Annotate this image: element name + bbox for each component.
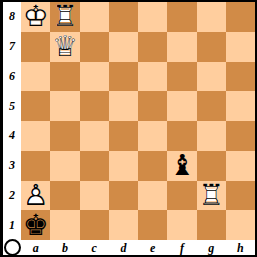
- square-d4[interactable]: [109, 121, 138, 151]
- rank-label-8: 8: [3, 2, 21, 32]
- white-queen-glyph: ♕: [50, 32, 79, 62]
- rank-label-4: 4: [3, 121, 21, 151]
- square-h2[interactable]: [226, 181, 255, 211]
- file-label-b: b: [50, 240, 79, 255]
- square-d7[interactable]: [109, 32, 138, 62]
- square-h5[interactable]: [226, 91, 255, 121]
- square-c8[interactable]: [80, 2, 109, 32]
- square-g5[interactable]: [197, 91, 226, 121]
- square-b7[interactable]: ♛♕: [50, 32, 79, 62]
- square-h8[interactable]: [226, 2, 255, 32]
- rank-label-5: 5: [3, 91, 21, 121]
- square-c7[interactable]: [80, 32, 109, 62]
- square-b8[interactable]: ♜♖: [50, 2, 79, 32]
- file-label-g: g: [197, 240, 226, 255]
- square-b4[interactable]: [50, 121, 79, 151]
- white-to-move-indicator: [4, 239, 21, 256]
- square-e4[interactable]: [138, 121, 167, 151]
- square-g6[interactable]: [197, 62, 226, 92]
- piece-white-rook[interactable]: ♜♖: [50, 2, 79, 32]
- side-to-move-corner: [3, 240, 21, 255]
- piece-black-bishop[interactable]: ♝: [167, 151, 196, 181]
- piece-white-queen[interactable]: ♛♕: [50, 32, 79, 62]
- square-a4[interactable]: [21, 121, 50, 151]
- square-g2[interactable]: ♜♖: [197, 181, 226, 211]
- square-h1[interactable]: [226, 210, 255, 240]
- piece-black-king[interactable]: ♚: [21, 210, 50, 240]
- square-a7[interactable]: [21, 32, 50, 62]
- rank-label-2: 2: [3, 181, 21, 211]
- piece-white-rook[interactable]: ♜♖: [197, 181, 226, 211]
- black-bishop-glyph: ♝: [167, 151, 196, 181]
- file-label-c: c: [80, 240, 109, 255]
- square-c4[interactable]: [80, 121, 109, 151]
- piece-white-pawn[interactable]: ♟♙: [21, 181, 50, 211]
- square-d3[interactable]: [109, 151, 138, 181]
- piece-white-king[interactable]: ♚♔: [21, 2, 50, 32]
- square-a5[interactable]: [21, 91, 50, 121]
- square-d5[interactable]: [109, 91, 138, 121]
- file-label-f: f: [167, 240, 196, 255]
- square-h3[interactable]: [226, 151, 255, 181]
- square-a6[interactable]: [21, 62, 50, 92]
- square-b3[interactable]: [50, 151, 79, 181]
- square-d2[interactable]: [109, 181, 138, 211]
- square-a1[interactable]: ♚: [21, 210, 50, 240]
- square-g7[interactable]: [197, 32, 226, 62]
- square-d1[interactable]: [109, 210, 138, 240]
- square-h7[interactable]: [226, 32, 255, 62]
- square-h4[interactable]: [226, 121, 255, 151]
- square-h6[interactable]: [226, 62, 255, 92]
- square-e1[interactable]: [138, 210, 167, 240]
- square-a2[interactable]: ♟♙: [21, 181, 50, 211]
- square-a3[interactable]: [21, 151, 50, 181]
- square-e8[interactable]: [138, 2, 167, 32]
- rank-labels: 87654321: [3, 2, 21, 240]
- square-e3[interactable]: [138, 151, 167, 181]
- square-f5[interactable]: [167, 91, 196, 121]
- chess-board[interactable]: ♚♔♜♖♛♕♝♟♙♜♖♚: [21, 2, 255, 240]
- square-f6[interactable]: [167, 62, 196, 92]
- white-rook-glyph: ♖: [197, 181, 226, 211]
- square-c3[interactable]: [80, 151, 109, 181]
- square-e7[interactable]: [138, 32, 167, 62]
- file-labels: abcdefgh: [21, 240, 255, 255]
- square-g1[interactable]: [197, 210, 226, 240]
- rank-label-1: 1: [3, 210, 21, 240]
- square-f8[interactable]: [167, 2, 196, 32]
- square-c1[interactable]: [80, 210, 109, 240]
- square-f7[interactable]: [167, 32, 196, 62]
- black-king-glyph: ♚: [21, 210, 50, 240]
- rank-label-6: 6: [3, 62, 21, 92]
- file-label-a: a: [21, 240, 50, 255]
- rank-label-7: 7: [3, 32, 21, 62]
- square-c6[interactable]: [80, 62, 109, 92]
- square-f4[interactable]: [167, 121, 196, 151]
- rank-label-3: 3: [3, 151, 21, 181]
- square-f1[interactable]: [167, 210, 196, 240]
- square-c2[interactable]: [80, 181, 109, 211]
- square-b6[interactable]: [50, 62, 79, 92]
- white-pawn-glyph: ♙: [21, 181, 50, 211]
- square-c5[interactable]: [80, 91, 109, 121]
- square-e6[interactable]: [138, 62, 167, 92]
- square-g4[interactable]: [197, 121, 226, 151]
- file-label-e: e: [138, 240, 167, 255]
- square-e2[interactable]: [138, 181, 167, 211]
- square-b5[interactable]: [50, 91, 79, 121]
- square-f2[interactable]: [167, 181, 196, 211]
- square-b2[interactable]: [50, 181, 79, 211]
- square-g8[interactable]: [197, 2, 226, 32]
- square-g3[interactable]: [197, 151, 226, 181]
- square-d6[interactable]: [109, 62, 138, 92]
- square-e5[interactable]: [138, 91, 167, 121]
- chess-diagram: 87654321 ♚♔♜♖♛♕♝♟♙♜♖♚ abcdefgh: [0, 0, 257, 257]
- white-king-glyph: ♔: [21, 2, 50, 32]
- square-d8[interactable]: [109, 2, 138, 32]
- white-rook-glyph: ♖: [50, 2, 79, 32]
- file-label-h: h: [226, 240, 255, 255]
- file-label-d: d: [109, 240, 138, 255]
- square-f3[interactable]: ♝: [167, 151, 196, 181]
- square-b1[interactable]: [50, 210, 79, 240]
- square-a8[interactable]: ♚♔: [21, 2, 50, 32]
